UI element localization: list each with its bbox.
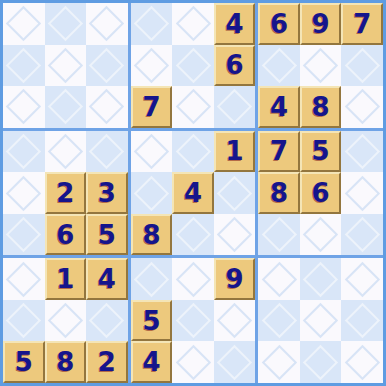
cell-r8c1[interactable] — [3, 300, 45, 342]
cell-r7c4[interactable] — [131, 258, 173, 300]
cell-r7c9[interactable] — [341, 258, 383, 300]
empty-cell-diamond-icon — [175, 345, 210, 380]
empty-cell-diamond-icon — [261, 48, 296, 83]
cell-r9c5[interactable] — [172, 341, 214, 383]
box-6: 7586 — [258, 131, 383, 256]
empty-cell-diamond-icon — [303, 48, 338, 83]
cell-r2c6: 6 — [214, 45, 256, 87]
cell-r9c9[interactable] — [341, 341, 383, 383]
cell-r4c3[interactable] — [86, 131, 128, 173]
empty-cell-diamond-icon — [89, 303, 124, 338]
box-5: 148 — [131, 131, 256, 256]
cell-r5c6[interactable] — [214, 172, 256, 214]
given-digit: 1 — [56, 266, 74, 292]
cell-r7c5[interactable] — [172, 258, 214, 300]
cell-r8c4: 5 — [131, 300, 173, 342]
empty-cell-diamond-icon — [6, 48, 41, 83]
empty-cell-diamond-icon — [175, 48, 210, 83]
box-4: 2365 — [3, 131, 128, 256]
cell-r9c6[interactable] — [214, 341, 256, 383]
sudoku-board: 467 69748 2365 148 7586 14582 954 — [0, 0, 386, 386]
cell-r4c4[interactable] — [131, 131, 173, 173]
empty-cell-diamond-icon — [303, 303, 338, 338]
given-digit: 4 — [98, 266, 116, 292]
cell-r6c1[interactable] — [3, 214, 45, 256]
cell-r2c7[interactable] — [258, 45, 300, 87]
given-digit: 5 — [98, 222, 116, 248]
empty-cell-diamond-icon — [217, 217, 252, 252]
given-digit: 6 — [270, 11, 288, 37]
cell-r2c4[interactable] — [131, 45, 173, 87]
cell-r1c1[interactable] — [3, 3, 45, 45]
cell-r3c1[interactable] — [3, 86, 45, 128]
empty-cell-diamond-icon — [6, 134, 41, 169]
cell-r3c4: 7 — [131, 86, 173, 128]
cell-r4c6: 1 — [214, 131, 256, 173]
empty-cell-diamond-icon — [175, 6, 210, 41]
cell-r1c3[interactable] — [86, 3, 128, 45]
cell-r4c2[interactable] — [45, 131, 87, 173]
empty-cell-diamond-icon — [134, 134, 169, 169]
given-digit: 6 — [226, 52, 244, 78]
cell-r9c4: 4 — [131, 341, 173, 383]
cell-r5c8: 6 — [300, 172, 342, 214]
empty-cell-diamond-icon — [6, 217, 41, 252]
box-3: 69748 — [258, 3, 383, 128]
empty-cell-diamond-icon — [175, 89, 210, 124]
empty-cell-diamond-icon — [261, 303, 296, 338]
cell-r1c2[interactable] — [45, 3, 87, 45]
empty-cell-diamond-icon — [48, 6, 83, 41]
empty-cell-diamond-icon — [345, 345, 380, 380]
given-digit: 8 — [56, 349, 74, 375]
empty-cell-diamond-icon — [89, 6, 124, 41]
cell-r9c8[interactable] — [300, 341, 342, 383]
cell-r3c9[interactable] — [341, 86, 383, 128]
given-digit: 3 — [98, 180, 116, 206]
cell-r7c8[interactable] — [300, 258, 342, 300]
given-digit: 7 — [353, 11, 371, 37]
empty-cell-diamond-icon — [345, 134, 380, 169]
empty-cell-diamond-icon — [6, 89, 41, 124]
empty-cell-diamond-icon — [175, 134, 210, 169]
sudoku-boxes: 467 69748 2365 148 7586 14582 954 — [3, 3, 383, 383]
given-digit: 7 — [270, 138, 288, 164]
cell-r2c3[interactable] — [86, 45, 128, 87]
cell-r5c4[interactable] — [131, 172, 173, 214]
cell-r3c5[interactable] — [172, 86, 214, 128]
cell-r9c3: 2 — [86, 341, 128, 383]
empty-cell-diamond-icon — [175, 261, 210, 296]
cell-r5c2: 2 — [45, 172, 87, 214]
empty-cell-diamond-icon — [345, 261, 380, 296]
empty-cell-diamond-icon — [217, 303, 252, 338]
empty-cell-diamond-icon — [6, 303, 41, 338]
box-7: 14582 — [3, 258, 128, 383]
given-digit: 6 — [312, 180, 330, 206]
cell-r5c5: 4 — [172, 172, 214, 214]
given-digit: 7 — [142, 94, 160, 120]
cell-r7c2: 1 — [45, 258, 87, 300]
empty-cell-diamond-icon — [345, 217, 380, 252]
cell-r9c7[interactable] — [258, 341, 300, 383]
empty-cell-diamond-icon — [217, 175, 252, 210]
empty-cell-diamond-icon — [48, 89, 83, 124]
given-digit: 2 — [98, 349, 116, 375]
empty-cell-diamond-icon — [261, 261, 296, 296]
empty-cell-diamond-icon — [303, 261, 338, 296]
cell-r3c6[interactable] — [214, 86, 256, 128]
given-digit: 8 — [270, 180, 288, 206]
cell-r5c9[interactable] — [341, 172, 383, 214]
cell-r7c1[interactable] — [3, 258, 45, 300]
empty-cell-diamond-icon — [89, 89, 124, 124]
box-2: 467 — [131, 3, 256, 128]
empty-cell-diamond-icon — [217, 89, 252, 124]
cell-r9c1: 5 — [3, 341, 45, 383]
cell-r5c3: 3 — [86, 172, 128, 214]
cell-r8c6[interactable] — [214, 300, 256, 342]
given-digit: 5 — [142, 308, 160, 334]
given-digit: 9 — [312, 11, 330, 37]
cell-r5c7: 8 — [258, 172, 300, 214]
given-digit: 4 — [184, 180, 202, 206]
cell-r4c8: 5 — [300, 131, 342, 173]
empty-cell-diamond-icon — [345, 89, 380, 124]
cell-r6c8[interactable] — [300, 214, 342, 256]
cell-r6c3: 5 — [86, 214, 128, 256]
cell-r1c6: 4 — [214, 3, 256, 45]
cell-r1c8: 9 — [300, 3, 342, 45]
cell-r6c4: 8 — [131, 214, 173, 256]
cell-r2c1[interactable] — [3, 45, 45, 87]
given-digit: 6 — [56, 222, 74, 248]
cell-r1c7: 6 — [258, 3, 300, 45]
cell-r8c5[interactable] — [172, 300, 214, 342]
given-digit: 1 — [226, 138, 244, 164]
cell-r1c9: 7 — [341, 3, 383, 45]
cell-r6c2: 6 — [45, 214, 87, 256]
empty-cell-diamond-icon — [217, 345, 252, 380]
cell-r8c3[interactable] — [86, 300, 128, 342]
cell-r1c5[interactable] — [172, 3, 214, 45]
given-digit: 8 — [142, 222, 160, 248]
empty-cell-diamond-icon — [303, 217, 338, 252]
cell-r8c9[interactable] — [341, 300, 383, 342]
cell-r7c7[interactable] — [258, 258, 300, 300]
empty-cell-diamond-icon — [345, 175, 380, 210]
empty-cell-diamond-icon — [261, 345, 296, 380]
empty-cell-diamond-icon — [175, 217, 210, 252]
cell-r3c8: 8 — [300, 86, 342, 128]
empty-cell-diamond-icon — [303, 345, 338, 380]
cell-r1c4[interactable] — [131, 3, 173, 45]
cell-r6c7[interactable] — [258, 214, 300, 256]
cell-r9c2: 8 — [45, 341, 87, 383]
given-digit: 8 — [312, 94, 330, 120]
cell-r4c5[interactable] — [172, 131, 214, 173]
cell-r6c6[interactable] — [214, 214, 256, 256]
given-digit: 5 — [312, 138, 330, 164]
given-digit: 2 — [56, 180, 74, 206]
cell-r2c8[interactable] — [300, 45, 342, 87]
cell-r8c7[interactable] — [258, 300, 300, 342]
empty-cell-diamond-icon — [345, 48, 380, 83]
cell-r8c2[interactable] — [45, 300, 87, 342]
empty-cell-diamond-icon — [6, 175, 41, 210]
empty-cell-diamond-icon — [89, 48, 124, 83]
empty-cell-diamond-icon — [134, 48, 169, 83]
cell-r4c1[interactable] — [3, 131, 45, 173]
empty-cell-diamond-icon — [48, 134, 83, 169]
given-digit: 4 — [270, 94, 288, 120]
cell-r3c7: 4 — [258, 86, 300, 128]
empty-cell-diamond-icon — [261, 217, 296, 252]
empty-cell-diamond-icon — [6, 261, 41, 296]
cell-r5c1[interactable] — [3, 172, 45, 214]
given-digit: 4 — [142, 349, 160, 375]
cell-r2c5[interactable] — [172, 45, 214, 87]
cell-r7c6: 9 — [214, 258, 256, 300]
box-1 — [3, 3, 128, 128]
empty-cell-diamond-icon — [6, 6, 41, 41]
empty-cell-diamond-icon — [134, 175, 169, 210]
cell-r8c8[interactable] — [300, 300, 342, 342]
empty-cell-diamond-icon — [175, 303, 210, 338]
cell-r6c5[interactable] — [172, 214, 214, 256]
cell-r6c9[interactable] — [341, 214, 383, 256]
cell-r3c2[interactable] — [45, 86, 87, 128]
empty-cell-diamond-icon — [134, 261, 169, 296]
box-8: 954 — [131, 258, 256, 383]
box-9 — [258, 258, 383, 383]
empty-cell-diamond-icon — [345, 303, 380, 338]
given-digit: 9 — [226, 266, 244, 292]
cell-r3c3[interactable] — [86, 86, 128, 128]
empty-cell-diamond-icon — [134, 6, 169, 41]
given-digit: 4 — [226, 11, 244, 37]
cell-r2c2[interactable] — [45, 45, 87, 87]
cell-r4c7: 7 — [258, 131, 300, 173]
cell-r4c9[interactable] — [341, 131, 383, 173]
empty-cell-diamond-icon — [89, 134, 124, 169]
empty-cell-diamond-icon — [48, 48, 83, 83]
cell-r2c9[interactable] — [341, 45, 383, 87]
cell-r7c3: 4 — [86, 258, 128, 300]
given-digit: 5 — [15, 349, 33, 375]
empty-cell-diamond-icon — [48, 303, 83, 338]
